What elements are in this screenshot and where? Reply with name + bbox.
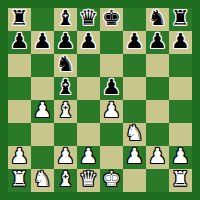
white-pawn-f2[interactable]: ♟ <box>125 145 144 168</box>
square-a2[interactable]: ♟ <box>8 146 31 169</box>
square-f3[interactable]: ♞ <box>123 123 146 146</box>
square-h1[interactable]: ♜ <box>169 169 192 192</box>
black-bishop-c5[interactable]: ♝ <box>56 76 75 99</box>
square-e6[interactable] <box>100 54 123 77</box>
square-b6[interactable] <box>31 54 54 77</box>
white-pawn-e4[interactable]: ♟ <box>102 99 121 122</box>
white-knight-b1[interactable]: ♞ <box>33 168 52 191</box>
square-c5[interactable]: ♝ <box>54 77 77 100</box>
square-a6[interactable] <box>8 54 31 77</box>
square-d4[interactable] <box>77 100 100 123</box>
square-h4[interactable] <box>169 100 192 123</box>
square-e8[interactable]: ♚ <box>100 8 123 31</box>
black-pawn-g7[interactable]: ♟ <box>148 30 167 53</box>
white-pawn-c2[interactable]: ♟ <box>56 145 75 168</box>
square-f6[interactable] <box>123 54 146 77</box>
square-g7[interactable]: ♟ <box>146 31 169 54</box>
square-a8[interactable]: ♜ <box>8 8 31 31</box>
black-rook-a8[interactable]: ♜ <box>10 7 29 30</box>
square-d8[interactable]: ♛ <box>77 8 100 31</box>
white-knight-f3[interactable]: ♞ <box>125 122 144 145</box>
black-bishop-c8[interactable]: ♝ <box>56 7 75 30</box>
white-pawn-d2[interactable]: ♟ <box>79 145 98 168</box>
chess-board: ♜♝♛♚♞♜♟♟♟♟♟♟♟♞♝♟♟♝♟♞♟♟♟♟♟♟♜♞♝♛♚♜ <box>8 8 192 192</box>
white-pawn-g2[interactable]: ♟ <box>148 145 167 168</box>
square-h5[interactable] <box>169 77 192 100</box>
square-a4[interactable] <box>8 100 31 123</box>
square-a1[interactable]: ♜ <box>8 169 31 192</box>
square-c4[interactable]: ♝ <box>54 100 77 123</box>
white-bishop-c1[interactable]: ♝ <box>56 168 75 191</box>
square-c2[interactable]: ♟ <box>54 146 77 169</box>
square-g8[interactable]: ♞ <box>146 8 169 31</box>
square-d5[interactable] <box>77 77 100 100</box>
square-b4[interactable]: ♟ <box>31 100 54 123</box>
black-knight-g8[interactable]: ♞ <box>148 7 167 30</box>
black-pawn-a7[interactable]: ♟ <box>10 30 29 53</box>
black-king-e8[interactable]: ♚ <box>102 7 121 30</box>
chess-board-frame: ♜♝♛♚♞♜♟♟♟♟♟♟♟♞♝♟♟♝♟♞♟♟♟♟♟♟♜♞♝♛♚♜ <box>0 0 200 200</box>
square-f5[interactable] <box>123 77 146 100</box>
square-c3[interactable] <box>54 123 77 146</box>
square-f4[interactable] <box>123 100 146 123</box>
square-g4[interactable] <box>146 100 169 123</box>
square-a5[interactable] <box>8 77 31 100</box>
square-h2[interactable]: ♟ <box>169 146 192 169</box>
square-e1[interactable]: ♚ <box>100 169 123 192</box>
square-b2[interactable] <box>31 146 54 169</box>
square-a3[interactable] <box>8 123 31 146</box>
square-a7[interactable]: ♟ <box>8 31 31 54</box>
square-b5[interactable] <box>31 77 54 100</box>
black-rook-h8[interactable]: ♜ <box>171 7 190 30</box>
black-knight-c6[interactable]: ♞ <box>56 53 75 76</box>
square-c6[interactable]: ♞ <box>54 54 77 77</box>
white-rook-a1[interactable]: ♜ <box>10 168 29 191</box>
square-g5[interactable] <box>146 77 169 100</box>
square-h7[interactable]: ♟ <box>169 31 192 54</box>
square-e5[interactable]: ♟ <box>100 77 123 100</box>
black-pawn-f7[interactable]: ♟ <box>125 30 144 53</box>
square-d6[interactable] <box>77 54 100 77</box>
square-f2[interactable]: ♟ <box>123 146 146 169</box>
white-pawn-b4[interactable]: ♟ <box>33 99 52 122</box>
white-queen-d1[interactable]: ♛ <box>79 168 98 191</box>
square-g1[interactable] <box>146 169 169 192</box>
white-pawn-a2[interactable]: ♟ <box>10 145 29 168</box>
square-e7[interactable] <box>100 31 123 54</box>
square-e2[interactable] <box>100 146 123 169</box>
square-b1[interactable]: ♞ <box>31 169 54 192</box>
square-c8[interactable]: ♝ <box>54 8 77 31</box>
white-bishop-c4[interactable]: ♝ <box>56 99 75 122</box>
square-f1[interactable] <box>123 169 146 192</box>
square-e4[interactable]: ♟ <box>100 100 123 123</box>
square-c7[interactable]: ♟ <box>54 31 77 54</box>
square-b8[interactable] <box>31 8 54 31</box>
square-g3[interactable] <box>146 123 169 146</box>
square-h3[interactable] <box>169 123 192 146</box>
white-pawn-h2[interactable]: ♟ <box>171 145 190 168</box>
square-g6[interactable] <box>146 54 169 77</box>
square-h6[interactable] <box>169 54 192 77</box>
white-rook-h1[interactable]: ♜ <box>171 168 190 191</box>
square-d7[interactable]: ♟ <box>77 31 100 54</box>
square-b7[interactable]: ♟ <box>31 31 54 54</box>
black-pawn-e5[interactable]: ♟ <box>102 76 121 99</box>
black-pawn-b7[interactable]: ♟ <box>33 30 52 53</box>
black-pawn-h7[interactable]: ♟ <box>171 30 190 53</box>
square-f8[interactable] <box>123 8 146 31</box>
white-king-e1[interactable]: ♚ <box>102 168 121 191</box>
black-pawn-d7[interactable]: ♟ <box>79 30 98 53</box>
black-pawn-c7[interactable]: ♟ <box>56 30 75 53</box>
black-queen-d8[interactable]: ♛ <box>79 7 98 30</box>
square-g2[interactable]: ♟ <box>146 146 169 169</box>
square-b3[interactable] <box>31 123 54 146</box>
square-d3[interactable] <box>77 123 100 146</box>
square-d2[interactable]: ♟ <box>77 146 100 169</box>
square-d1[interactable]: ♛ <box>77 169 100 192</box>
square-e3[interactable] <box>100 123 123 146</box>
square-h8[interactable]: ♜ <box>169 8 192 31</box>
square-f7[interactable]: ♟ <box>123 31 146 54</box>
square-c1[interactable]: ♝ <box>54 169 77 192</box>
